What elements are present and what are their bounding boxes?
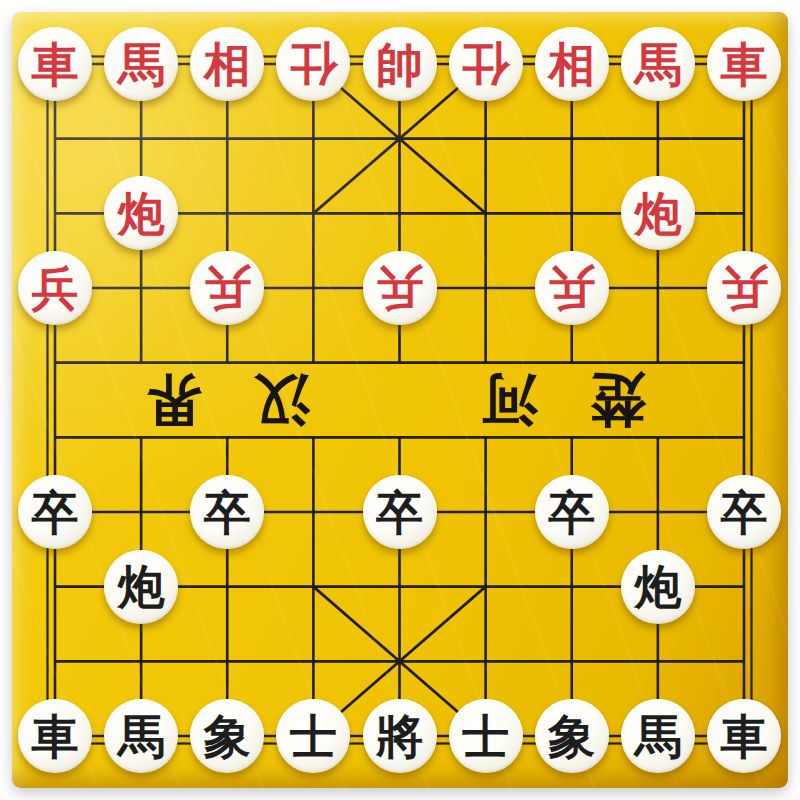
- piece-black-soldier[interactable]: 卒: [18, 475, 92, 549]
- piece-glyph: 卒: [548, 489, 595, 536]
- piece-black-soldier[interactable]: 卒: [190, 475, 264, 549]
- piece-red-advisor[interactable]: 仕: [276, 27, 350, 101]
- piece-black-advisor[interactable]: 士: [449, 699, 523, 773]
- piece-black-advisor[interactable]: 士: [276, 699, 350, 773]
- piece-glyph: 卒: [376, 489, 423, 536]
- piece-glyph: 兵: [721, 265, 768, 312]
- piece-black-elephant[interactable]: 象: [190, 699, 264, 773]
- piece-glyph: 炮: [634, 563, 681, 610]
- piece-red-general[interactable]: 帥: [363, 27, 437, 101]
- piece-glyph: 士: [462, 713, 509, 760]
- piece-glyph: 象: [548, 713, 595, 760]
- river-text-left: 汉界: [94, 372, 310, 428]
- piece-glyph: 卒: [204, 489, 251, 536]
- piece-black-chariot[interactable]: 車: [707, 699, 781, 773]
- piece-glyph: 炮: [118, 190, 165, 237]
- piece-glyph: 炮: [634, 190, 681, 237]
- piece-glyph: 相: [204, 41, 251, 88]
- piece-black-horse[interactable]: 馬: [104, 699, 178, 773]
- piece-glyph: 兵: [548, 265, 595, 312]
- piece-red-soldier[interactable]: 兵: [190, 251, 264, 325]
- river-text-right: 楚河: [430, 372, 646, 428]
- piece-glyph: 相: [548, 41, 595, 88]
- piece-glyph: 卒: [32, 489, 79, 536]
- piece-glyph: 馬: [634, 713, 681, 760]
- piece-black-elephant[interactable]: 象: [535, 699, 609, 773]
- piece-glyph: 馬: [118, 713, 165, 760]
- piece-red-chariot[interactable]: 車: [18, 27, 92, 101]
- piece-glyph: 卒: [721, 489, 768, 536]
- piece-red-horse[interactable]: 馬: [621, 27, 695, 101]
- piece-red-soldier[interactable]: 兵: [707, 251, 781, 325]
- piece-glyph: 象: [204, 713, 251, 760]
- piece-glyph: 將: [376, 713, 423, 760]
- piece-black-horse[interactable]: 馬: [621, 699, 695, 773]
- piece-red-soldier[interactable]: 兵: [535, 251, 609, 325]
- piece-red-elephant[interactable]: 相: [535, 27, 609, 101]
- piece-glyph: 士: [290, 713, 337, 760]
- piece-glyph: 車: [32, 713, 79, 760]
- piece-red-advisor[interactable]: 仕: [449, 27, 523, 101]
- piece-glyph: 兵: [32, 265, 79, 312]
- piece-red-cannon[interactable]: 炮: [104, 176, 178, 250]
- piece-black-soldier[interactable]: 卒: [535, 475, 609, 549]
- piece-glyph: 仕: [462, 41, 509, 88]
- piece-black-chariot[interactable]: 車: [18, 699, 92, 773]
- piece-glyph: 車: [721, 41, 768, 88]
- piece-glyph: 兵: [204, 265, 251, 312]
- piece-black-soldier[interactable]: 卒: [363, 475, 437, 549]
- piece-black-general[interactable]: 將: [363, 699, 437, 773]
- piece-glyph: 馬: [118, 41, 165, 88]
- piece-glyph: 仕: [290, 41, 337, 88]
- piece-red-soldier[interactable]: 兵: [363, 251, 437, 325]
- piece-red-horse[interactable]: 馬: [104, 27, 178, 101]
- piece-glyph: 炮: [118, 563, 165, 610]
- piece-glyph: 兵: [376, 265, 423, 312]
- piece-black-cannon[interactable]: 炮: [621, 550, 695, 624]
- piece-red-soldier[interactable]: 兵: [18, 251, 92, 325]
- piece-glyph: 車: [32, 41, 79, 88]
- piece-glyph: 馬: [634, 41, 681, 88]
- piece-black-cannon[interactable]: 炮: [104, 550, 178, 624]
- piece-black-soldier[interactable]: 卒: [707, 475, 781, 549]
- piece-red-elephant[interactable]: 相: [190, 27, 264, 101]
- piece-red-chariot[interactable]: 車: [707, 27, 781, 101]
- piece-glyph: 車: [721, 713, 768, 760]
- piece-glyph: 帥: [376, 41, 423, 88]
- piece-red-cannon[interactable]: 炮: [621, 176, 695, 250]
